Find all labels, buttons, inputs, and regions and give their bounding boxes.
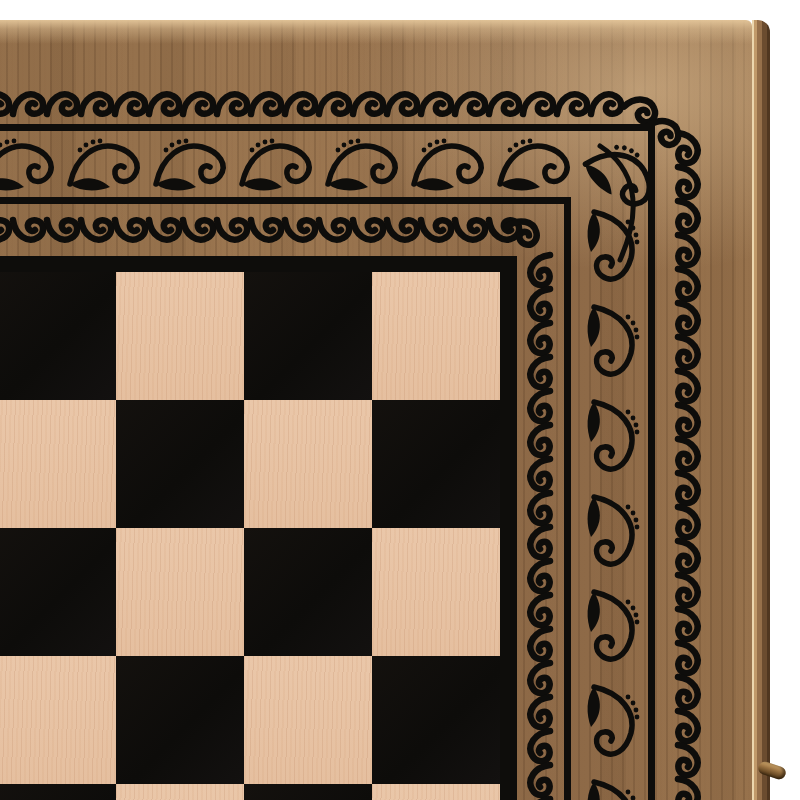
square-r1c1 [116,400,244,528]
square-r4c2 [244,784,372,800]
square-r0c2 [244,272,372,400]
square-r1c2 [244,400,372,528]
square-r1c3 [372,400,500,528]
square-r3c3 [372,656,500,784]
square-r3c0 [0,656,116,784]
square-r1c0 [0,400,116,528]
square-r3c2 [244,656,372,784]
chessboard [0,272,500,800]
square-r2c2 [244,528,372,656]
square-r3c1 [116,656,244,784]
square-r4c1 [116,784,244,800]
square-r2c3 [372,528,500,656]
square-r4c0 [0,784,116,800]
square-r2c1 [116,528,244,656]
square-r0c1 [116,272,244,400]
square-r2c0 [0,528,116,656]
square-r0c0 [0,272,116,400]
square-r0c3 [372,272,500,400]
board-side-edge [752,20,770,800]
photo [0,0,800,800]
square-r4c3 [372,784,500,800]
